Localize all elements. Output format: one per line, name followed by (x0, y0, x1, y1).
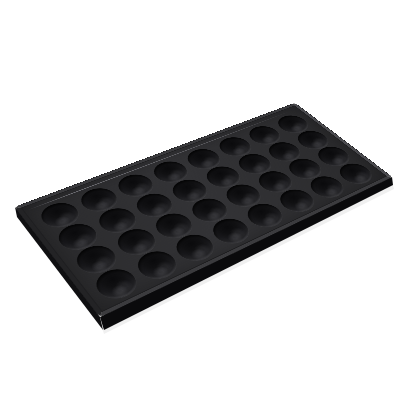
board-photo-scene (0, 0, 400, 400)
